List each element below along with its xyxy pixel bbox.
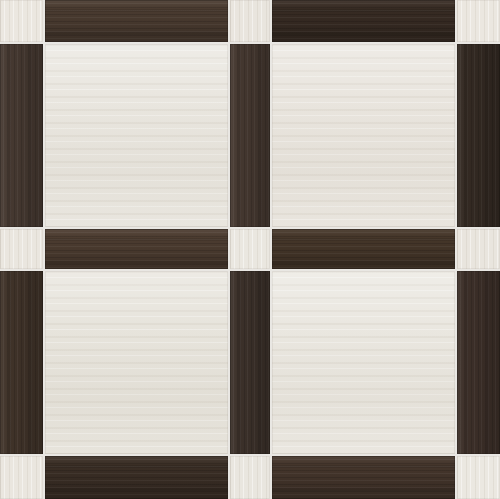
tile-r0c2-light-small[interactable] <box>230 0 270 42</box>
tile-r0c4-light-small[interactable] <box>457 0 500 42</box>
tile-r3c4-dark-band[interactable] <box>457 271 500 454</box>
tile-r0c1-dark-band[interactable] <box>45 0 228 42</box>
tile-r1c1-light-large[interactable] <box>45 44 228 227</box>
tile-r4c1-dark-band[interactable] <box>45 456 228 499</box>
tile-r4c2-light-small[interactable] <box>230 456 270 499</box>
tile-board <box>0 0 500 499</box>
tile-r3c2-dark-band[interactable] <box>230 271 270 454</box>
tile-r0c3-dark-band[interactable] <box>272 0 455 42</box>
tile-r4c4-light-small[interactable] <box>457 456 500 499</box>
tile-r4c3-dark-band[interactable] <box>272 456 455 499</box>
tile-r2c2-light-small[interactable] <box>230 229 270 269</box>
tile-r2c1-dark-band[interactable] <box>45 229 228 269</box>
tile-r3c0-dark-band[interactable] <box>0 271 43 454</box>
tile-r2c3-dark-band[interactable] <box>272 229 455 269</box>
tile-r3c3-light-large[interactable] <box>272 271 455 454</box>
tile-r2c0-light-small[interactable] <box>0 229 43 269</box>
tile-r1c2-dark-band[interactable] <box>230 44 270 227</box>
board-wrapper <box>0 0 500 499</box>
tile-r0c0-light-small[interactable] <box>0 0 43 42</box>
tile-r2c4-light-small[interactable] <box>457 229 500 269</box>
tile-r4c0-light-small[interactable] <box>0 456 43 499</box>
tile-r1c3-light-large[interactable] <box>272 44 455 227</box>
tile-r3c1-light-large[interactable] <box>45 271 228 454</box>
tile-r1c4-dark-band[interactable] <box>457 44 500 227</box>
tile-r1c0-dark-band[interactable] <box>0 44 43 227</box>
